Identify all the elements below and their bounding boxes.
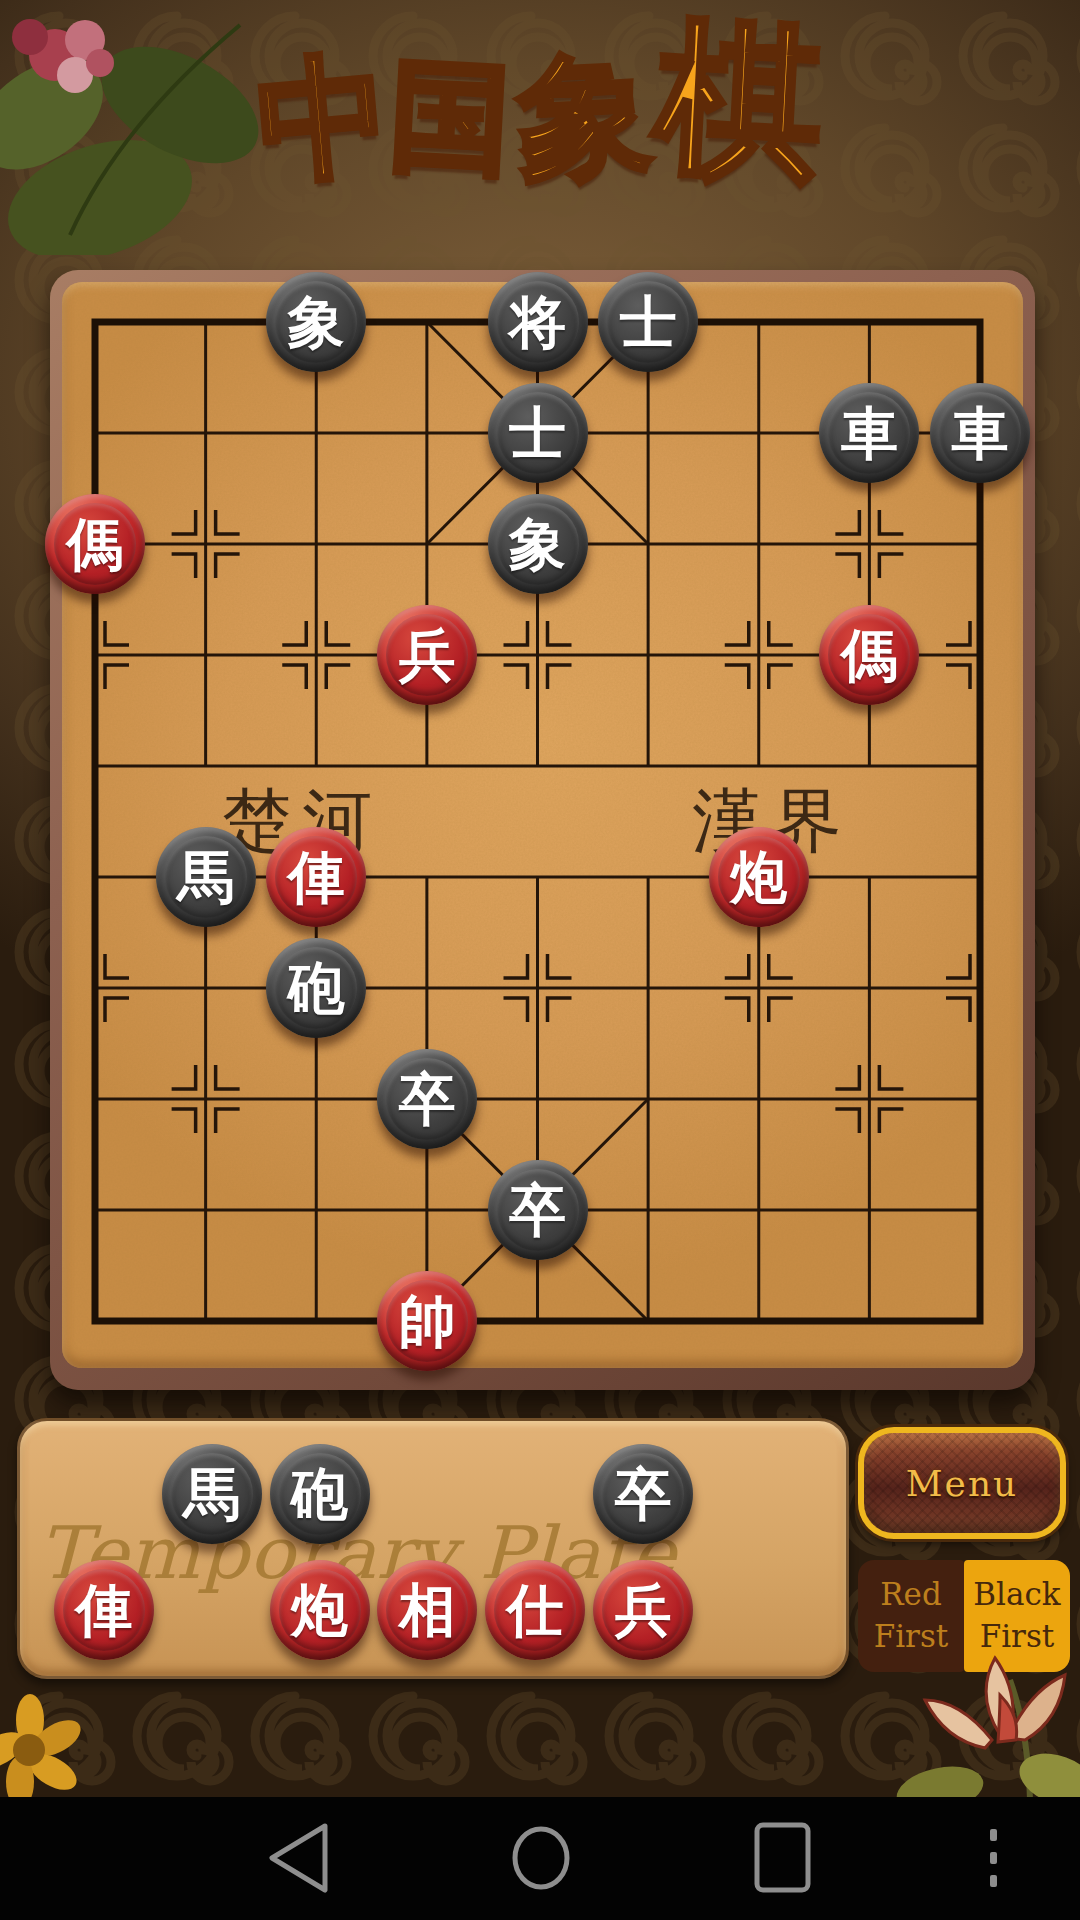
black-first-line2: First [980, 1616, 1055, 1658]
piece-glyph: 士 [620, 294, 677, 351]
board-piece-black-士[interactable]: 士 [598, 272, 698, 372]
tray-piece-black-馬[interactable]: 馬 [162, 1444, 262, 1544]
piece-glyph: 炮 [730, 849, 787, 906]
piece-glyph: 象 [509, 516, 566, 573]
red-first-button[interactable]: Red First [858, 1560, 964, 1672]
tray-piece-black-卒[interactable]: 卒 [593, 1444, 693, 1544]
title-char: 棋 [652, 14, 826, 188]
app-title: 中 国 象 棋 [0, 18, 1080, 184]
piece-glyph: 車 [952, 405, 1009, 462]
piece-glyph: 車 [841, 405, 898, 462]
piece-glyph: 帥 [398, 1293, 455, 1350]
board-piece-black-車[interactable]: 車 [930, 383, 1030, 483]
tray-piece-red-兵[interactable]: 兵 [593, 1560, 693, 1660]
board-piece-black-卒[interactable]: 卒 [488, 1160, 588, 1260]
piece-glyph: 卒 [509, 1182, 566, 1239]
piece-glyph: 象 [288, 294, 345, 351]
tray-piece-red-俥[interactable]: 俥 [54, 1560, 154, 1660]
tray-piece-red-仕[interactable]: 仕 [485, 1560, 585, 1660]
board-piece-red-俥[interactable]: 俥 [266, 827, 366, 927]
board-piece-red-傌[interactable]: 傌 [45, 494, 145, 594]
board-piece-black-卒[interactable]: 卒 [377, 1049, 477, 1149]
black-first-button[interactable]: Black First [964, 1560, 1070, 1672]
piece-glyph: 卒 [398, 1071, 455, 1128]
piece-glyph: 仕 [507, 1582, 564, 1639]
red-first-line1: Red [880, 1574, 942, 1616]
piece-glyph: 相 [399, 1582, 456, 1639]
piece-glyph: 砲 [291, 1466, 348, 1523]
title-char: 象 [515, 47, 656, 188]
board-piece-red-傌[interactable]: 傌 [819, 605, 919, 705]
piece-glyph: 将 [509, 294, 566, 351]
board-piece-red-帥[interactable]: 帥 [377, 1271, 477, 1371]
board-piece-black-砲[interactable]: 砲 [266, 938, 366, 1038]
android-navbar [0, 1797, 1080, 1920]
board-piece-black-象[interactable]: 象 [488, 494, 588, 594]
tray-piece-red-相[interactable]: 相 [377, 1560, 477, 1660]
nav-overflow-icon[interactable] [990, 1829, 997, 1887]
board-piece-black-車[interactable]: 車 [819, 383, 919, 483]
piece-glyph: 馬 [183, 1466, 240, 1523]
board-piece-black-馬[interactable]: 馬 [156, 827, 256, 927]
piece-glyph: 卒 [615, 1466, 672, 1523]
board-piece-black-将[interactable]: 将 [488, 272, 588, 372]
piece-glyph: 傌 [67, 516, 124, 573]
piece-glyph: 士 [509, 405, 566, 462]
piece-glyph: 俥 [288, 849, 345, 906]
piece-glyph: 俥 [76, 1582, 133, 1639]
board-piece-red-炮[interactable]: 炮 [709, 827, 809, 927]
piece-glyph: 馬 [177, 849, 234, 906]
piece-glyph: 傌 [841, 627, 898, 684]
nav-recents-icon[interactable] [757, 1825, 808, 1890]
piece-glyph: 砲 [288, 960, 345, 1017]
board-piece-black-象[interactable]: 象 [266, 272, 366, 372]
board-piece-black-士[interactable]: 士 [488, 383, 588, 483]
piece-glyph: 炮 [291, 1582, 348, 1639]
tray-piece-red-炮[interactable]: 炮 [270, 1560, 370, 1660]
nav-home-icon[interactable] [515, 1829, 567, 1887]
piece-glyph: 兵 [615, 1582, 672, 1639]
menu-button[interactable]: Menu [858, 1427, 1066, 1539]
title-char: 国 [387, 55, 513, 181]
black-first-line1: Black [973, 1574, 1060, 1616]
app-screen: 中 国 象 棋 楚河 漢界 象将士士車車傌象兵傌馬俥炮砲卒卒帥 Temporar… [0, 0, 1080, 1920]
title-char: 中 [252, 46, 395, 189]
menu-button-label: Menu [906, 1463, 1019, 1504]
red-first-line2: First [874, 1616, 949, 1658]
tray-piece-black-砲[interactable]: 砲 [270, 1444, 370, 1544]
board-piece-red-兵[interactable]: 兵 [377, 605, 477, 705]
piece-glyph: 兵 [398, 627, 455, 684]
nav-back-icon[interactable] [272, 1826, 325, 1890]
